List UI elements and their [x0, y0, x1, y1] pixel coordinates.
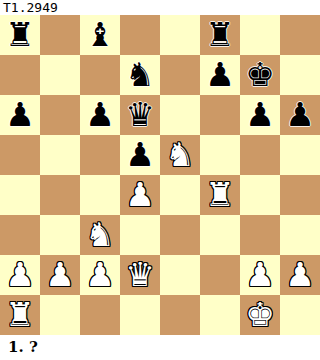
black-pawn: ♟: [285, 95, 315, 135]
square-a1[interactable]: ♜: [0, 295, 40, 335]
white-knight: ♞: [165, 135, 195, 175]
square-e7[interactable]: [160, 55, 200, 95]
square-a3[interactable]: [0, 215, 40, 255]
square-h6[interactable]: ♟: [280, 95, 320, 135]
black-pawn: ♟: [205, 55, 235, 95]
square-g8[interactable]: [240, 15, 280, 55]
black-pawn: ♟: [5, 95, 35, 135]
square-h3[interactable]: [280, 215, 320, 255]
square-b1[interactable]: [40, 295, 80, 335]
square-b2[interactable]: ♟: [40, 255, 80, 295]
puzzle-id-label: T1.2949: [3, 1, 58, 14]
square-e5[interactable]: ♞: [160, 135, 200, 175]
square-e8[interactable]: [160, 15, 200, 55]
square-f4[interactable]: ♜: [200, 175, 240, 215]
square-a7[interactable]: [0, 55, 40, 95]
square-a4[interactable]: [0, 175, 40, 215]
square-h2[interactable]: ♟: [280, 255, 320, 295]
square-d1[interactable]: [120, 295, 160, 335]
square-d3[interactable]: [120, 215, 160, 255]
white-pawn: ♟: [5, 255, 35, 295]
black-pawn: ♟: [85, 95, 115, 135]
white-pawn: ♟: [245, 255, 275, 295]
square-g6[interactable]: ♟: [240, 95, 280, 135]
square-c5[interactable]: [80, 135, 120, 175]
white-queen: ♛: [125, 255, 155, 295]
square-d2[interactable]: ♛: [120, 255, 160, 295]
white-pawn: ♟: [85, 255, 115, 295]
square-f1[interactable]: [200, 295, 240, 335]
black-bishop: ♝: [85, 15, 115, 55]
square-a5[interactable]: [0, 135, 40, 175]
square-h4[interactable]: [280, 175, 320, 215]
black-pawn: ♟: [125, 135, 155, 175]
square-c7[interactable]: [80, 55, 120, 95]
square-c1[interactable]: [80, 295, 120, 335]
square-a8[interactable]: ♜: [0, 15, 40, 55]
square-c8[interactable]: ♝: [80, 15, 120, 55]
white-pawn: ♟: [45, 255, 75, 295]
square-b4[interactable]: [40, 175, 80, 215]
square-c2[interactable]: ♟: [80, 255, 120, 295]
white-pawn: ♟: [285, 255, 315, 295]
square-d5[interactable]: ♟: [120, 135, 160, 175]
square-e4[interactable]: [160, 175, 200, 215]
square-g4[interactable]: [240, 175, 280, 215]
chess-puzzle-page: T1.2949 ♜♝♜♞♟♚♟♟♛♟♟♟♞♟♜♞♟♟♟♛♟♟♜♚ 1. ?: [0, 0, 320, 360]
square-g3[interactable]: [240, 215, 280, 255]
black-king: ♚: [245, 55, 275, 95]
black-pawn: ♟: [245, 95, 275, 135]
square-e6[interactable]: [160, 95, 200, 135]
square-f3[interactable]: [200, 215, 240, 255]
black-knight: ♞: [125, 55, 155, 95]
square-h1[interactable]: [280, 295, 320, 335]
white-pawn: ♟: [125, 175, 155, 215]
square-c4[interactable]: [80, 175, 120, 215]
square-g7[interactable]: ♚: [240, 55, 280, 95]
square-b6[interactable]: [40, 95, 80, 135]
square-b3[interactable]: [40, 215, 80, 255]
square-f7[interactable]: ♟: [200, 55, 240, 95]
title-bar: T1.2949: [0, 0, 320, 15]
square-h5[interactable]: [280, 135, 320, 175]
square-d6[interactable]: ♛: [120, 95, 160, 135]
square-f8[interactable]: ♜: [200, 15, 240, 55]
square-f6[interactable]: [200, 95, 240, 135]
square-g5[interactable]: [240, 135, 280, 175]
black-queen: ♛: [125, 95, 155, 135]
white-king: ♚: [245, 295, 275, 335]
square-a2[interactable]: ♟: [0, 255, 40, 295]
square-d4[interactable]: ♟: [120, 175, 160, 215]
white-rook: ♜: [205, 175, 235, 215]
chess-board: ♜♝♜♞♟♚♟♟♛♟♟♟♞♟♜♞♟♟♟♛♟♟♜♚: [0, 15, 320, 335]
square-a6[interactable]: ♟: [0, 95, 40, 135]
white-knight: ♞: [85, 215, 115, 255]
square-c3[interactable]: ♞: [80, 215, 120, 255]
square-g1[interactable]: ♚: [240, 295, 280, 335]
white-rook: ♜: [5, 295, 35, 335]
square-g2[interactable]: ♟: [240, 255, 280, 295]
square-e1[interactable]: [160, 295, 200, 335]
square-e2[interactable]: [160, 255, 200, 295]
move-bar: 1. ?: [0, 335, 320, 360]
square-h8[interactable]: [280, 15, 320, 55]
square-e3[interactable]: [160, 215, 200, 255]
square-h7[interactable]: [280, 55, 320, 95]
move-prompt: 1. ?: [8, 340, 38, 355]
square-b5[interactable]: [40, 135, 80, 175]
square-f2[interactable]: [200, 255, 240, 295]
square-c6[interactable]: ♟: [80, 95, 120, 135]
black-rook: ♜: [5, 15, 35, 55]
square-d8[interactable]: [120, 15, 160, 55]
square-d7[interactable]: ♞: [120, 55, 160, 95]
black-rook: ♜: [205, 15, 235, 55]
square-b7[interactable]: [40, 55, 80, 95]
square-b8[interactable]: [40, 15, 80, 55]
square-f5[interactable]: [200, 135, 240, 175]
